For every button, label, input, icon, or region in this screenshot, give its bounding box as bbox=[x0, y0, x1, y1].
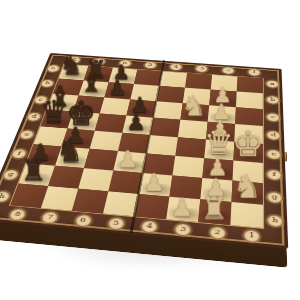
square-f7[interactable]: ♞ bbox=[55, 147, 90, 169]
rank-label-top-4: 4 bbox=[169, 63, 183, 71]
square-d6[interactable] bbox=[95, 114, 127, 133]
piece-white-knight-c3[interactable]: ♞ bbox=[181, 92, 206, 120]
file-label-right-b: b bbox=[266, 95, 280, 105]
rank-label-bottom-7: 7 bbox=[40, 211, 61, 225]
file-label-left-g: g bbox=[1, 169, 21, 181]
piece-white-king-e1[interactable]: ♚ bbox=[232, 126, 264, 162]
square-g6[interactable] bbox=[78, 168, 113, 191]
square-g1[interactable]: ♞ bbox=[231, 181, 262, 205]
square-h2[interactable]: ♜ bbox=[198, 199, 231, 225]
rank-label-bottom-5: 5 bbox=[106, 217, 126, 231]
square-e1[interactable]: ♚ bbox=[233, 142, 262, 163]
piece-white-pawn-g4[interactable]: ♟ bbox=[143, 171, 165, 195]
file-label-right-f: f bbox=[266, 169, 282, 181]
rank-label-top-3: 3 bbox=[195, 65, 209, 73]
square-h8[interactable] bbox=[10, 184, 48, 208]
rank-label-bottom-2: 2 bbox=[208, 226, 226, 241]
file-label-left-h: h bbox=[0, 190, 12, 203]
file-label-right-g: g bbox=[266, 191, 283, 204]
rank-label-bottom-1: 1 bbox=[243, 229, 261, 244]
file-label-right-c: c bbox=[266, 112, 281, 122]
square-h3[interactable]: ♟ bbox=[166, 197, 200, 222]
square-g4[interactable]: ♟ bbox=[139, 173, 173, 197]
file-label-right-h: h bbox=[266, 214, 284, 228]
square-h4[interactable] bbox=[134, 194, 169, 219]
piece-white-pawn-f5[interactable]: ♟ bbox=[117, 148, 138, 171]
piece-black-queen-d8[interactable]: ♛ bbox=[40, 96, 68, 128]
file-label-right-a: a bbox=[266, 80, 280, 89]
square-e4[interactable] bbox=[146, 135, 177, 156]
piece-white-rook-h2[interactable]: ♜ bbox=[200, 192, 228, 223]
piece-black-pawn-b6[interactable]: ♟ bbox=[108, 78, 127, 99]
chess-board: ♞♜♟♝♟♟♝♟♞♟♛♚♟♟♟♛♚♟♞♟♟♜♟♟♞♟♜ 87654321 876… bbox=[0, 53, 288, 249]
rank-label-top-5: 5 bbox=[143, 61, 158, 69]
file-label-right-e: e bbox=[266, 149, 282, 160]
file-label-right-d: d bbox=[266, 130, 281, 141]
piece-black-pawn-d5[interactable]: ♟ bbox=[126, 112, 146, 134]
square-g8[interactable]: ♜ bbox=[19, 163, 56, 186]
rank-label-bottom-8: 8 bbox=[7, 208, 28, 222]
square-f3[interactable] bbox=[172, 156, 204, 178]
square-d4[interactable] bbox=[150, 118, 180, 138]
square-c3[interactable]: ♞ bbox=[180, 103, 209, 122]
square-c4[interactable] bbox=[153, 101, 182, 119]
rank-label-top-1: 1 bbox=[247, 68, 261, 77]
piece-black-rook-g8[interactable]: ♜ bbox=[20, 156, 46, 185]
piece-black-knight-f7[interactable]: ♞ bbox=[56, 136, 83, 167]
piece-white-pawn-h3[interactable]: ♟ bbox=[171, 195, 194, 220]
rank-label-bottom-3: 3 bbox=[174, 223, 193, 237]
rank-label-bottom-6: 6 bbox=[73, 214, 93, 228]
piece-white-knight-g1[interactable]: ♞ bbox=[233, 171, 262, 203]
rank-label-bottom-4: 4 bbox=[140, 220, 159, 234]
square-b1[interactable] bbox=[236, 91, 263, 109]
rank-label-top-2: 2 bbox=[221, 66, 235, 75]
square-e3[interactable] bbox=[175, 137, 206, 158]
square-h1[interactable] bbox=[230, 202, 263, 228]
